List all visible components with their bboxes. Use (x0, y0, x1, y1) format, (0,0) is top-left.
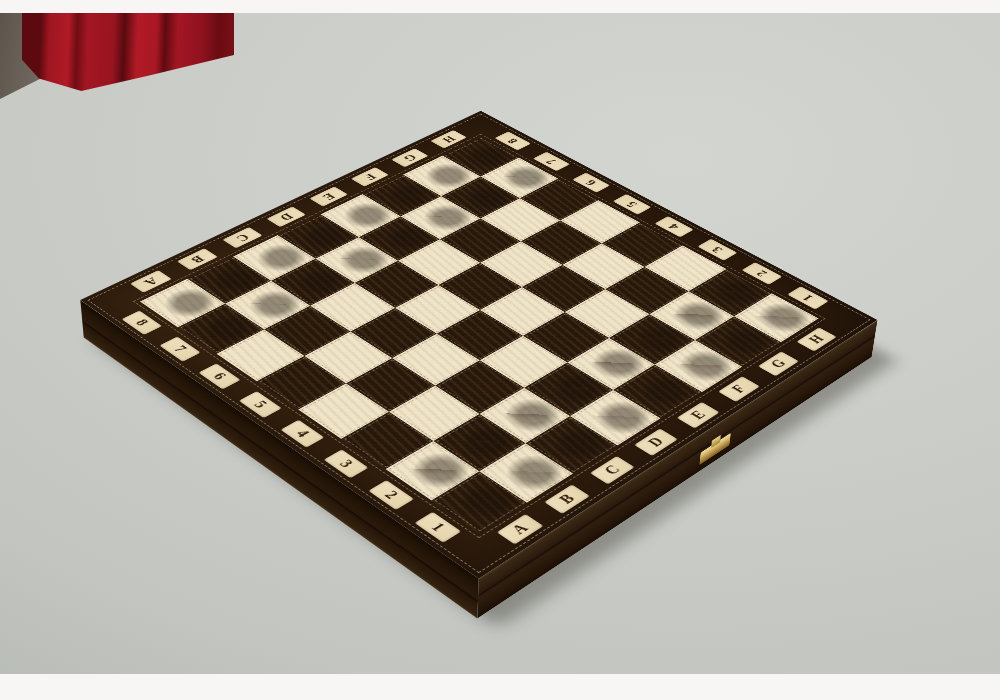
chip-file-h-front: H (796, 327, 836, 351)
black-pawn-glyph: ♟ (192, 258, 251, 332)
chip-file-b-front: B (544, 485, 590, 514)
square-a6[interactable] (217, 329, 305, 381)
piece-black-pawn-a7[interactable]: ♟ (190, 326, 251, 328)
square-c5[interactable] (351, 308, 437, 358)
chip-rank-3-left: 3 (324, 449, 369, 478)
chip-file-d-front: D (634, 429, 678, 456)
chip-file-c-front: C (590, 456, 635, 484)
chip-file-f-front: F (718, 376, 760, 402)
chip-file-g-front: G (758, 351, 799, 376)
chip-rank-8-left: 8 (122, 311, 162, 335)
square-b6[interactable] (264, 306, 350, 356)
chip-rank-7-left: 7 (159, 337, 200, 362)
white-rook-glyph: ♖ (442, 408, 520, 506)
chip-rank-6-left: 6 (198, 363, 240, 389)
chip-rank-5-left: 5 (239, 391, 282, 418)
chip-file-e-front: E (677, 402, 720, 428)
chess-board: AABBCCDDEEFFGGHH8877665544332211 ♜♞♝♛♚♝♞… (80, 111, 877, 579)
chip-rank-4-left: 4 (281, 420, 325, 448)
square-a4[interactable] (298, 383, 389, 438)
chess-set-scene: AABBCCDDEEFFGGHH8877665544332211 ♜♞♝♛♚♝♞… (66, 0, 893, 700)
piece-white-rook-a1[interactable]: ♖ (445, 499, 512, 501)
square-a5[interactable] (257, 356, 346, 410)
square-b5[interactable] (304, 332, 392, 384)
